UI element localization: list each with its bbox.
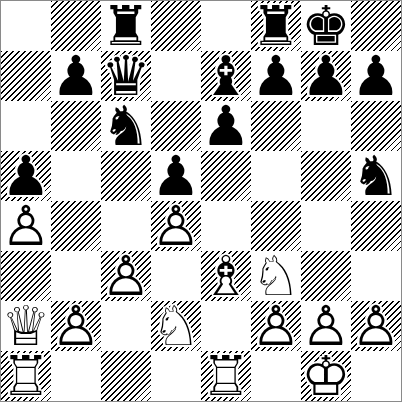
- chess-diagram: ♜♜♜♜♚♚♟♟♛♛♝♝♟♟♟♟♟♟♞♞♟♟♟♟♟♟♞♞♟♙♟♙♟♙♝♗♞♘♛♕…: [0, 0, 402, 402]
- square-e3[interactable]: ♝♗: [201, 251, 251, 301]
- square-a1[interactable]: ♜♖: [1, 351, 51, 401]
- white-knight: ♞♘: [151, 301, 201, 351]
- black-knight: ♞♞: [101, 101, 151, 151]
- white-pawn-icon: ♙: [351, 301, 401, 351]
- square-h5[interactable]: ♞♞: [351, 151, 401, 201]
- square-f6[interactable]: [251, 101, 301, 151]
- black-pawn: ♟♟: [301, 51, 351, 101]
- square-e6[interactable]: ♟♟: [201, 101, 251, 151]
- square-a4[interactable]: ♟♙: [1, 201, 51, 251]
- square-c2[interactable]: [101, 301, 151, 351]
- square-f5[interactable]: [251, 151, 301, 201]
- square-d4[interactable]: ♟♙: [151, 201, 201, 251]
- square-a8[interactable]: [1, 1, 51, 51]
- black-pawn-icon: ♟: [301, 51, 351, 101]
- white-pawn-icon: ♙: [101, 251, 151, 301]
- square-d8[interactable]: [151, 1, 201, 51]
- white-rook-icon: ♖: [1, 351, 51, 401]
- square-d2[interactable]: ♞♘: [151, 301, 201, 351]
- square-h2[interactable]: ♟♙: [351, 301, 401, 351]
- square-h7[interactable]: ♟♟: [351, 51, 401, 101]
- square-d1[interactable]: [151, 351, 201, 401]
- square-c1[interactable]: [101, 351, 151, 401]
- white-pawn-icon: ♙: [251, 301, 301, 351]
- white-king: ♚♔: [301, 351, 351, 401]
- chess-board: ♜♜♜♜♚♚♟♟♛♛♝♝♟♟♟♟♟♟♞♞♟♟♟♟♟♟♞♞♟♙♟♙♟♙♝♗♞♘♛♕…: [1, 1, 401, 401]
- square-h4[interactable]: [351, 201, 401, 251]
- black-knight-icon: ♞: [351, 151, 401, 201]
- white-pawn-icon: ♙: [1, 201, 51, 251]
- black-pawn-icon: ♟: [351, 51, 401, 101]
- black-pawn-icon: ♟: [251, 51, 301, 101]
- square-b1[interactable]: [51, 351, 101, 401]
- white-rook: ♜♖: [1, 351, 51, 401]
- white-pawn-icon: ♙: [51, 301, 101, 351]
- white-pawn: ♟♙: [51, 301, 101, 351]
- black-pawn-icon: ♟: [51, 51, 101, 101]
- white-rook: ♜♖: [201, 351, 251, 401]
- square-g7[interactable]: ♟♟: [301, 51, 351, 101]
- square-b5[interactable]: [51, 151, 101, 201]
- square-g4[interactable]: [301, 201, 351, 251]
- white-king-icon: ♔: [301, 351, 351, 401]
- square-c3[interactable]: ♟♙: [101, 251, 151, 301]
- square-e5[interactable]: [201, 151, 251, 201]
- black-pawn: ♟♟: [351, 51, 401, 101]
- white-knight-icon: ♘: [151, 301, 201, 351]
- black-pawn-icon: ♟: [201, 101, 251, 151]
- black-pawn: ♟♟: [201, 101, 251, 151]
- square-f1[interactable]: [251, 351, 301, 401]
- black-knight-icon: ♞: [101, 101, 151, 151]
- square-g5[interactable]: [301, 151, 351, 201]
- white-pawn: ♟♙: [351, 301, 401, 351]
- square-d7[interactable]: [151, 51, 201, 101]
- square-a7[interactable]: [1, 51, 51, 101]
- square-e1[interactable]: ♜♖: [201, 351, 251, 401]
- square-c5[interactable]: [101, 151, 151, 201]
- square-b2[interactable]: ♟♙: [51, 301, 101, 351]
- square-g6[interactable]: [301, 101, 351, 151]
- square-f7[interactable]: ♟♟: [251, 51, 301, 101]
- black-pawn: ♟♟: [51, 51, 101, 101]
- black-pawn: ♟♟: [251, 51, 301, 101]
- white-bishop-icon: ♗: [201, 251, 251, 301]
- square-b7[interactable]: ♟♟: [51, 51, 101, 101]
- white-pawn-icon: ♙: [151, 201, 201, 251]
- white-pawn: ♟♙: [1, 201, 51, 251]
- square-b6[interactable]: [51, 101, 101, 151]
- square-c6[interactable]: ♞♞: [101, 101, 151, 151]
- white-rook-icon: ♖: [201, 351, 251, 401]
- square-h1[interactable]: [351, 351, 401, 401]
- white-pawn: ♟♙: [101, 251, 151, 301]
- white-pawn: ♟♙: [251, 301, 301, 351]
- black-knight: ♞♞: [351, 151, 401, 201]
- square-f2[interactable]: ♟♙: [251, 301, 301, 351]
- square-b4[interactable]: [51, 201, 101, 251]
- white-pawn: ♟♙: [151, 201, 201, 251]
- square-g1[interactable]: ♚♔: [301, 351, 351, 401]
- white-bishop: ♝♗: [201, 251, 251, 301]
